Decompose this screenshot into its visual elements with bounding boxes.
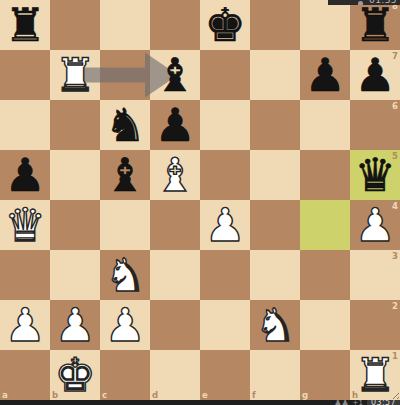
rank-label-3: 3 <box>392 251 398 261</box>
square-f8[interactable] <box>250 0 300 50</box>
square-f7[interactable] <box>250 50 300 100</box>
file-label-a: a <box>2 390 8 400</box>
piece-black-rook[interactable]: ♜ <box>0 0 50 50</box>
square-h4[interactable]: 4♟ <box>350 200 400 250</box>
piece-black-queen[interactable]: ♛ <box>350 150 400 200</box>
square-a7[interactable] <box>0 50 50 100</box>
square-a6[interactable] <box>0 100 50 150</box>
piece-black-pawn[interactable]: ♟ <box>150 100 200 150</box>
square-f5[interactable] <box>250 150 300 200</box>
square-f6[interactable] <box>250 100 300 150</box>
square-e2[interactable] <box>200 300 250 350</box>
square-h6[interactable]: 6 <box>350 100 400 150</box>
piece-black-bishop[interactable]: ♝ <box>150 50 200 100</box>
piece-white-rook[interactable]: ♜ <box>350 350 400 400</box>
square-h8[interactable]: 8♜ <box>350 0 400 50</box>
square-f4[interactable] <box>250 200 300 250</box>
piece-white-king[interactable]: ♚ <box>50 350 100 400</box>
square-b6[interactable] <box>50 100 100 150</box>
file-label-d: d <box>152 390 158 400</box>
square-c8[interactable] <box>100 0 150 50</box>
square-d5[interactable]: ♝ <box>150 150 200 200</box>
square-e6[interactable] <box>200 100 250 150</box>
square-b4[interactable] <box>50 200 100 250</box>
square-h2[interactable]: 2 <box>350 300 400 350</box>
square-a8[interactable]: ♜ <box>0 0 50 50</box>
square-c3[interactable]: ♞ <box>100 250 150 300</box>
square-g8[interactable] <box>300 0 350 50</box>
square-g2[interactable] <box>300 300 350 350</box>
square-b5[interactable] <box>50 150 100 200</box>
square-f1[interactable]: f <box>250 350 300 400</box>
square-g3[interactable] <box>300 250 350 300</box>
square-e5[interactable] <box>200 150 250 200</box>
square-c5[interactable]: ♝ <box>100 150 150 200</box>
square-d2[interactable] <box>150 300 200 350</box>
square-b3[interactable] <box>50 250 100 300</box>
square-g6[interactable] <box>300 100 350 150</box>
piece-white-knight[interactable]: ♞ <box>250 300 300 350</box>
square-h3[interactable]: 3 <box>350 250 400 300</box>
square-f2[interactable]: ♞ <box>250 300 300 350</box>
square-b2[interactable]: ♟ <box>50 300 100 350</box>
piece-black-knight[interactable]: ♞ <box>100 100 150 150</box>
piece-black-pawn[interactable]: ♟ <box>0 150 50 200</box>
square-d7[interactable]: ♝ <box>150 50 200 100</box>
piece-black-king[interactable]: ♚ <box>200 0 250 50</box>
square-b1[interactable]: b♚ <box>50 350 100 400</box>
piece-white-knight[interactable]: ♞ <box>100 250 150 300</box>
material-advantage: +1 <box>353 400 363 405</box>
square-e1[interactable]: e <box>200 350 250 400</box>
rank-label-2: 2 <box>392 301 398 311</box>
file-label-c: c <box>102 390 107 400</box>
square-c2[interactable]: ♟ <box>100 300 150 350</box>
square-a2[interactable]: ♟ <box>0 300 50 350</box>
file-label-f: f <box>252 390 256 400</box>
piece-black-rook[interactable]: ♜ <box>350 0 400 50</box>
opponent-clock-bar: 01:35 <box>328 0 400 5</box>
piece-white-pawn[interactable]: ♟ <box>0 300 50 350</box>
square-e3[interactable] <box>200 250 250 300</box>
rank-label-6: 6 <box>392 101 398 111</box>
chess-board[interactable]: ♜♚8♜♜♝♟7♟♞♟6♟♝♝5♛♛♟4♟♞3♟♟♟♞2ab♚cdefg1h♜ <box>0 0 400 400</box>
file-label-e: e <box>202 390 208 400</box>
piece-black-bishop[interactable]: ♝ <box>100 150 150 200</box>
piece-white-pawn[interactable]: ♟ <box>50 300 100 350</box>
square-g1[interactable]: g <box>300 350 350 400</box>
square-d3[interactable] <box>150 250 200 300</box>
piece-white-pawn[interactable]: ♟ <box>100 300 150 350</box>
piece-white-bishop[interactable]: ♝ <box>150 150 200 200</box>
square-a5[interactable]: ♟ <box>0 150 50 200</box>
piece-white-queen[interactable]: ♛ <box>0 200 50 250</box>
square-e8[interactable]: ♚ <box>200 0 250 50</box>
opponent-clock: 01:35 <box>369 0 400 5</box>
square-g5[interactable] <box>300 150 350 200</box>
square-g4[interactable] <box>300 200 350 250</box>
player-clock-bar: ♟♟ +1 03:57 <box>0 400 400 405</box>
square-d4[interactable] <box>150 200 200 250</box>
player-icon <box>358 1 363 5</box>
square-c1[interactable]: c <box>100 350 150 400</box>
square-a4[interactable]: ♛ <box>0 200 50 250</box>
square-d8[interactable] <box>150 0 200 50</box>
square-h5[interactable]: 5♛ <box>350 150 400 200</box>
square-c7[interactable] <box>100 50 150 100</box>
piece-white-pawn[interactable]: ♟ <box>350 200 400 250</box>
captured-pieces-icons: ♟♟ <box>334 400 348 405</box>
piece-black-pawn[interactable]: ♟ <box>350 50 400 100</box>
square-g7[interactable]: ♟ <box>300 50 350 100</box>
square-a1[interactable]: a <box>0 350 50 400</box>
square-h7[interactable]: 7♟ <box>350 50 400 100</box>
square-e7[interactable] <box>200 50 250 100</box>
player-clock: 03:57 <box>367 400 400 405</box>
piece-white-pawn[interactable]: ♟ <box>200 200 250 250</box>
piece-white-rook[interactable]: ♜ <box>50 50 100 100</box>
square-e4[interactable]: ♟ <box>200 200 250 250</box>
square-b8[interactable] <box>50 0 100 50</box>
square-c6[interactable]: ♞ <box>100 100 150 150</box>
square-d6[interactable]: ♟ <box>150 100 200 150</box>
square-h1[interactable]: 1h♜ <box>350 350 400 400</box>
file-label-g: g <box>302 390 308 400</box>
square-b7[interactable]: ♜ <box>50 50 100 100</box>
square-d1[interactable]: d <box>150 350 200 400</box>
piece-black-pawn[interactable]: ♟ <box>300 50 350 100</box>
square-c4[interactable] <box>100 200 150 250</box>
square-a3[interactable] <box>0 250 50 300</box>
square-f3[interactable] <box>250 250 300 300</box>
